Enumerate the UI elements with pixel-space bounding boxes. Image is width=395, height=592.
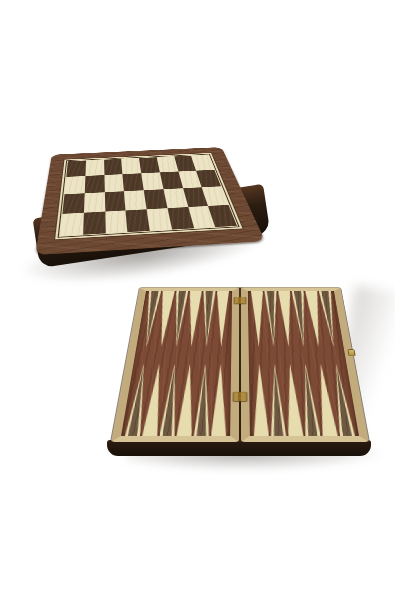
checker-square <box>123 173 144 191</box>
backgammon-point-cream <box>214 291 230 346</box>
checker-square <box>84 175 104 193</box>
clasp-icon <box>347 349 355 356</box>
checker-square <box>60 213 84 236</box>
backgammon-point-cream <box>210 364 229 436</box>
board-right-half <box>241 287 369 442</box>
checker-square <box>64 176 85 194</box>
checker-square <box>121 158 141 174</box>
right-bottom-points <box>252 364 356 436</box>
checker-square <box>191 155 214 171</box>
checker-square <box>83 212 106 235</box>
checker-square <box>105 210 128 233</box>
checker-square <box>85 160 104 176</box>
left-top-points <box>139 291 230 346</box>
point-fill <box>180 368 194 436</box>
board-left-half <box>111 287 239 442</box>
hinge-icon <box>234 297 246 304</box>
checker-square <box>104 174 124 192</box>
checker-square <box>84 192 105 212</box>
point-fill <box>321 291 337 343</box>
checker-square <box>62 193 84 214</box>
left-playing-field <box>121 291 232 436</box>
product-photo <box>0 0 395 592</box>
hinge-icon <box>233 392 247 402</box>
point-fill <box>188 291 200 343</box>
left-bottom-points <box>124 364 228 436</box>
right-playing-field <box>248 291 359 436</box>
board-underside <box>107 440 371 456</box>
pinstripe-frame <box>53 152 246 241</box>
checker-square <box>104 191 125 211</box>
checker-square <box>66 161 86 177</box>
backgammon-board-surface <box>111 287 369 442</box>
closed-box-lid <box>35 147 265 255</box>
checker-square <box>104 159 123 175</box>
point-fill <box>280 291 292 343</box>
checkerboard <box>60 155 237 236</box>
right-top-points <box>250 291 341 346</box>
